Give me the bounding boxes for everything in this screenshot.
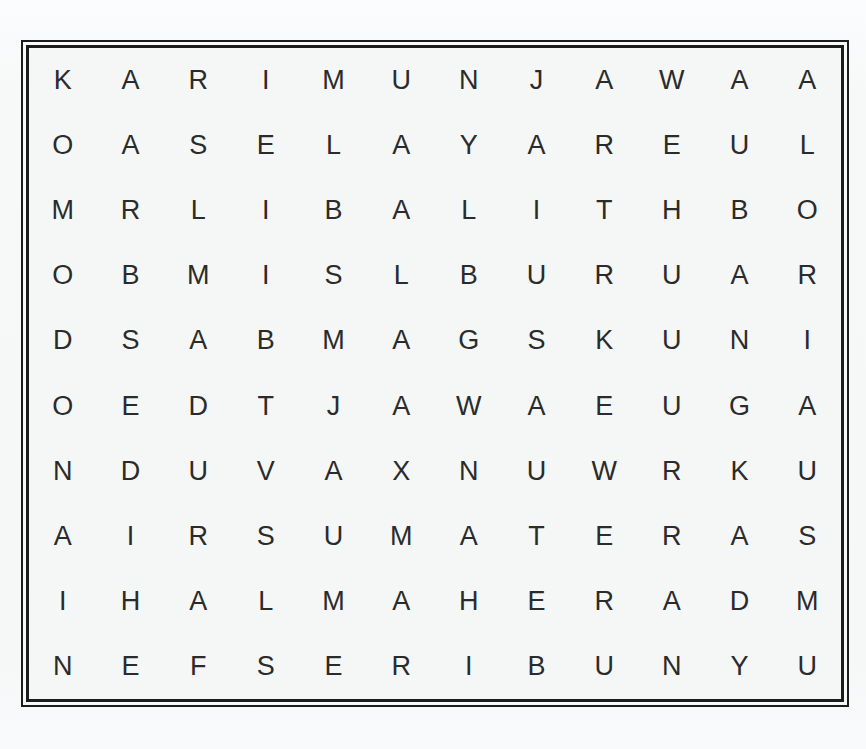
grid-cell: O	[773, 178, 841, 243]
grid-cell: M	[773, 569, 841, 634]
grid-cell: K	[706, 439, 774, 504]
grid-cell: N	[435, 439, 503, 504]
grid-cell: A	[300, 439, 368, 504]
grid-cell: D	[164, 373, 232, 438]
grid-cell: H	[638, 178, 706, 243]
grid-cell: R	[570, 243, 638, 308]
grid-cell: U	[706, 113, 774, 178]
grid-cell: G	[706, 373, 774, 438]
grid-cell: R	[570, 569, 638, 634]
grid-cell: R	[773, 243, 841, 308]
grid-cell: U	[570, 634, 638, 699]
grid-cell: A	[164, 308, 232, 373]
grid-cell: B	[435, 243, 503, 308]
grid-cell: R	[367, 634, 435, 699]
grid-cell: J	[503, 48, 571, 113]
grid-cell: A	[367, 308, 435, 373]
grid-cell: E	[97, 634, 165, 699]
puzzle-frame-inner: KARIMUNJAWAAOASELAYAREULMRLIBALITHBOOBMI…	[26, 45, 844, 702]
grid-cell: M	[300, 569, 368, 634]
grid-cell: U	[300, 504, 368, 569]
grid-cell: U	[638, 373, 706, 438]
grid-cell: M	[29, 178, 97, 243]
grid-cell: S	[232, 634, 300, 699]
grid-cell: V	[232, 439, 300, 504]
grid-cell: R	[164, 504, 232, 569]
grid-cell: A	[367, 113, 435, 178]
grid-cell: B	[503, 634, 571, 699]
grid-cell: M	[367, 504, 435, 569]
grid-cell: A	[638, 569, 706, 634]
grid-cell: T	[503, 504, 571, 569]
grid-cell: B	[232, 308, 300, 373]
grid-cell: N	[638, 634, 706, 699]
grid-cell: Y	[435, 113, 503, 178]
grid-cell: U	[773, 439, 841, 504]
grid-cell: B	[97, 243, 165, 308]
grid-cell: L	[435, 178, 503, 243]
grid-cell: I	[29, 569, 97, 634]
grid-cell: N	[29, 634, 97, 699]
grid-cell: D	[706, 569, 774, 634]
grid-cell: N	[29, 439, 97, 504]
grid-cell: I	[232, 178, 300, 243]
grid-cell: A	[503, 373, 571, 438]
grid-cell: L	[232, 569, 300, 634]
grid-cell: E	[503, 569, 571, 634]
grid-cell: E	[638, 113, 706, 178]
grid-cell: A	[435, 504, 503, 569]
grid-cell: A	[29, 504, 97, 569]
grid-cell: B	[706, 178, 774, 243]
grid-cell: A	[773, 48, 841, 113]
grid-cell: B	[300, 178, 368, 243]
puzzle-frame-outer: KARIMUNJAWAAOASELAYAREULMRLIBALITHBOOBMI…	[21, 40, 849, 707]
grid-cell: Y	[706, 634, 774, 699]
grid-cell: U	[367, 48, 435, 113]
grid-cell: E	[97, 373, 165, 438]
grid-cell: D	[29, 308, 97, 373]
grid-cell: M	[300, 308, 368, 373]
grid-cell: K	[570, 308, 638, 373]
grid-cell: R	[638, 504, 706, 569]
word-search-grid: KARIMUNJAWAAOASELAYAREULMRLIBALITHBOOBMI…	[29, 48, 841, 699]
grid-cell: J	[300, 373, 368, 438]
grid-cell: G	[435, 308, 503, 373]
grid-cell: A	[706, 243, 774, 308]
grid-cell: I	[97, 504, 165, 569]
grid-cell: I	[773, 308, 841, 373]
grid-cell: S	[164, 113, 232, 178]
grid-cell: E	[570, 373, 638, 438]
grid-cell: A	[706, 48, 774, 113]
grid-cell: R	[97, 178, 165, 243]
grid-cell: U	[503, 243, 571, 308]
grid-cell: L	[164, 178, 232, 243]
grid-cell: W	[570, 439, 638, 504]
grid-cell: I	[232, 48, 300, 113]
grid-cell: O	[29, 373, 97, 438]
grid-cell: W	[638, 48, 706, 113]
grid-cell: A	[367, 569, 435, 634]
grid-cell: L	[367, 243, 435, 308]
grid-cell: A	[97, 113, 165, 178]
grid-cell: E	[232, 113, 300, 178]
grid-cell: D	[97, 439, 165, 504]
scanned-page: KARIMUNJAWAAOASELAYAREULMRLIBALITHBOOBMI…	[0, 0, 866, 749]
grid-cell: W	[435, 373, 503, 438]
grid-cell: S	[300, 243, 368, 308]
grid-cell: H	[97, 569, 165, 634]
grid-cell: H	[435, 569, 503, 634]
grid-cell: U	[638, 308, 706, 373]
grid-cell: N	[706, 308, 774, 373]
grid-cell: A	[773, 373, 841, 438]
grid-cell: A	[164, 569, 232, 634]
grid-cell: U	[503, 439, 571, 504]
grid-cell: S	[232, 504, 300, 569]
grid-cell: S	[503, 308, 571, 373]
grid-cell: U	[638, 243, 706, 308]
grid-cell: R	[164, 48, 232, 113]
grid-cell: A	[367, 178, 435, 243]
grid-cell: E	[300, 634, 368, 699]
grid-cell: L	[300, 113, 368, 178]
grid-cell: U	[773, 634, 841, 699]
grid-cell: R	[638, 439, 706, 504]
grid-cell: S	[773, 504, 841, 569]
grid-cell: I	[435, 634, 503, 699]
grid-cell: R	[570, 113, 638, 178]
grid-cell: M	[164, 243, 232, 308]
grid-cell: M	[300, 48, 368, 113]
grid-cell: L	[773, 113, 841, 178]
grid-cell: I	[232, 243, 300, 308]
grid-cell: O	[29, 243, 97, 308]
grid-cell: N	[435, 48, 503, 113]
grid-cell: T	[570, 178, 638, 243]
grid-cell: A	[706, 504, 774, 569]
grid-cell: O	[29, 113, 97, 178]
grid-cell: A	[97, 48, 165, 113]
grid-cell: U	[164, 439, 232, 504]
grid-cell: K	[29, 48, 97, 113]
grid-cell: I	[503, 178, 571, 243]
grid-cell: A	[503, 113, 571, 178]
grid-cell: A	[570, 48, 638, 113]
grid-cell: X	[367, 439, 435, 504]
grid-cell: T	[232, 373, 300, 438]
grid-cell: A	[367, 373, 435, 438]
grid-cell: F	[164, 634, 232, 699]
grid-cell: S	[97, 308, 165, 373]
grid-cell: E	[570, 504, 638, 569]
